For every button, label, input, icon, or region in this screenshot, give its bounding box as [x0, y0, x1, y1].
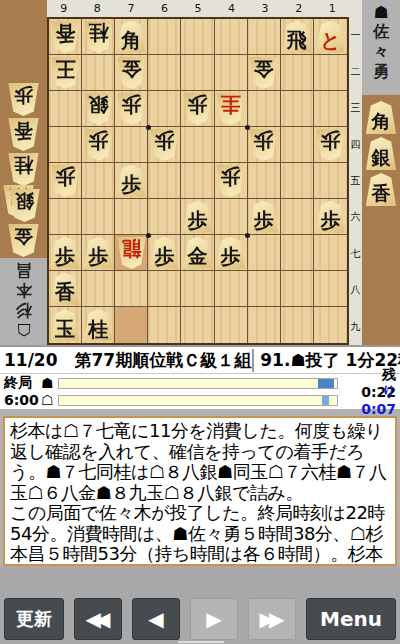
square-4-8	[215, 271, 248, 307]
sente-piece: 歩	[117, 165, 146, 197]
square-9-2: 王	[49, 55, 82, 91]
file-coordinates: 987654321	[47, 0, 349, 17]
square-8-1: 桂	[82, 19, 115, 55]
gote-piece: 桂	[8, 153, 39, 186]
sente-promoted-piece: と	[316, 21, 345, 53]
piece-glyph: 香	[55, 274, 75, 303]
menu-button[interactable]: Menu	[306, 598, 396, 640]
gote-piece: 歩	[249, 129, 278, 161]
square-7-5: 歩	[115, 163, 148, 199]
square-2-4	[281, 127, 314, 163]
square-5-6: 歩	[181, 199, 214, 235]
file-label: 9	[47, 2, 81, 15]
sente-piece: 香	[51, 273, 80, 305]
square-3-8	[248, 271, 281, 307]
square-8-3: 銀	[82, 91, 115, 127]
square-1-1: と	[314, 19, 347, 55]
piece-glyph: 金	[121, 58, 141, 87]
board-column: 987654321 香桂角飛と王金金銀歩歩圭歩歩歩歩歩歩歩歩歩歩歩歩龍歩金歩香玉…	[47, 0, 349, 345]
clock-label: 6:00	[4, 392, 41, 408]
gote-hand-stack: 銀銀	[8, 189, 39, 222]
square-2-3	[281, 91, 314, 127]
piece-glyph: 歩	[154, 238, 174, 267]
square-7-3: 歩	[115, 91, 148, 127]
home-indicator	[178, 641, 224, 643]
square-1-5	[314, 163, 347, 199]
square-5-5	[181, 163, 214, 199]
time-bar-fill	[322, 396, 329, 405]
file-label: 1	[315, 2, 349, 15]
sente-piece: 角	[117, 21, 146, 53]
shogi-board: 香桂角飛と王金金銀歩歩圭歩歩歩歩歩歩歩歩歩歩歩歩龍歩金歩香玉桂	[47, 17, 349, 345]
sente-piece: 歩	[316, 201, 345, 233]
piece-glyph: 桂	[88, 311, 108, 340]
square-7-1: 角	[115, 19, 148, 55]
clock-row-gote: 6:00☖り 0:07	[4, 393, 396, 408]
square-6-2	[148, 55, 181, 91]
square-9-7: 歩	[49, 235, 82, 271]
player-name-char: 々	[373, 42, 389, 61]
board-zone: 歩香桂銀銀金 ☖杉本昌 987654321 香桂角飛と王金金銀歩歩圭歩歩歩歩歩歩…	[0, 0, 400, 345]
toolbar: 更新◀◀◀▶▶▶Menu	[0, 566, 400, 644]
fast-rewind-button-label: ◀◀	[86, 607, 111, 631]
piece-glyph: 銀	[372, 139, 391, 168]
sente-piece: 歩	[183, 201, 212, 233]
square-9-3	[49, 91, 82, 127]
gote-promoted-piece: 龍	[117, 237, 146, 269]
square-1-8	[314, 271, 347, 307]
piece-glyph: 歩	[55, 238, 75, 267]
square-2-6	[281, 199, 314, 235]
square-8-5	[82, 163, 115, 199]
event-name: 第77期順位戦Ｃ級１組	[75, 350, 252, 370]
gote-piece: 香	[51, 21, 80, 53]
file-label: 4	[215, 2, 249, 15]
piece-glyph: 角	[372, 103, 391, 132]
divider	[0, 409, 400, 416]
piece-glyph: 金	[187, 238, 207, 267]
piece-glyph: 歩	[121, 166, 141, 195]
square-7-4	[115, 127, 148, 163]
gote-piece: 歩	[8, 83, 39, 116]
piece-glyph: 歩	[221, 166, 241, 195]
piece-glyph: 角	[121, 22, 141, 51]
square-4-5: 歩	[215, 163, 248, 199]
piece-glyph: 歩	[14, 85, 33, 114]
commentary-box[interactable]: 杉本は☖７七竜に11分を消費した。何度も繰り返し確認を入れて、確信を持っての着手…	[3, 416, 397, 566]
piece-glyph: 飛	[287, 22, 307, 51]
square-2-2	[281, 55, 314, 91]
gote-hand-stack: 桂	[8, 153, 39, 186]
piece-glyph: 歩	[320, 202, 340, 231]
sente-player-label: ☗佐々勇	[362, 0, 400, 95]
event-date: 11/20	[4, 350, 58, 370]
square-4-3: 圭	[215, 91, 248, 127]
square-1-4: 歩	[314, 127, 347, 163]
rank-label: 二	[349, 53, 362, 89]
piece-glyph: 圭	[221, 94, 241, 123]
square-2-1: 飛	[281, 19, 314, 55]
square-6-9	[148, 307, 181, 343]
square-9-4	[49, 127, 82, 163]
gote-hand-stack: 金	[8, 224, 39, 257]
gote-piece: 歩	[84, 129, 113, 161]
square-9-8: 香	[49, 271, 82, 307]
piece-glyph: 金	[14, 226, 33, 255]
commentary-paragraph: この局面で佐々木が投了した。終局時刻は22時54分。消費時間は、☗佐々勇５時間3…	[10, 503, 390, 566]
gote-promoted-piece: 圭	[216, 93, 245, 125]
star-point	[245, 125, 250, 130]
piece-glyph: 歩	[88, 238, 108, 267]
sente-hand-stack: 香	[366, 173, 397, 207]
time-bar	[58, 378, 338, 389]
sente-piece: 香	[366, 173, 397, 206]
gote-piece: 金	[117, 57, 146, 89]
sente-piece: 桂	[84, 309, 113, 341]
update-button-label: 更新	[16, 607, 52, 631]
piece-glyph: 銀	[88, 94, 108, 123]
piece-glyph: 玉	[55, 311, 75, 340]
rank-label: 六	[349, 199, 362, 235]
square-9-5: 歩	[49, 163, 82, 199]
piece-glyph: 歩	[187, 202, 207, 231]
game-info-bar: 11/20 第77期順位戦Ｃ級１組 91.☗投了 1分22秒	[0, 345, 400, 373]
piece-glyph: 歩	[88, 130, 108, 159]
star-point	[146, 233, 151, 238]
square-9-9: 玉	[49, 307, 82, 343]
square-5-7: 金	[181, 235, 214, 271]
gote-piece: 歩	[316, 129, 345, 161]
player-name-char: 本	[16, 281, 32, 300]
rank-label: 七	[349, 236, 362, 272]
square-9-1: 香	[49, 19, 82, 55]
piece-glyph: 桂	[14, 155, 33, 184]
piece-glyph: 桂	[88, 22, 108, 51]
sente-piece: 銀	[366, 137, 397, 170]
clock-piece-icon: ☖	[41, 392, 58, 408]
player-name-char: 佐	[373, 22, 389, 41]
square-3-6: 歩	[248, 199, 281, 235]
file-label: 5	[181, 2, 215, 15]
file-label: 8	[81, 2, 115, 15]
piece-glyph: 歩	[187, 94, 207, 123]
piece-glyph: 歩	[55, 166, 75, 195]
gote-name-rotated: ☖杉本昌	[16, 258, 32, 342]
rank-label: 三	[349, 90, 362, 126]
gote-area: 歩香桂銀銀金 ☖杉本昌	[0, 0, 47, 345]
piece-glyph: 金	[254, 58, 274, 87]
gote-piece: 金	[249, 57, 278, 89]
gote-player-label: ☖杉本昌	[0, 258, 47, 345]
sente-area: ☗佐々勇 角銀香	[362, 0, 400, 345]
piece-glyph: 歩	[221, 238, 241, 267]
file-label: 2	[282, 2, 316, 15]
gote-piece: 王	[51, 57, 80, 89]
piece-glyph: 香	[55, 22, 75, 51]
gote-piece: 歩	[117, 93, 146, 125]
gote-hand-stand: 歩香桂銀銀金	[0, 0, 47, 258]
square-6-8	[148, 271, 181, 307]
square-5-8	[181, 271, 214, 307]
square-4-2	[215, 55, 248, 91]
rank-label: 九	[349, 309, 362, 345]
rank-label: 五	[349, 163, 362, 199]
square-3-3	[248, 91, 281, 127]
gote-piece: 歩	[150, 129, 179, 161]
sente-piece: 歩	[216, 237, 245, 269]
gote-piece: 銀	[84, 93, 113, 125]
clock-row-sente: 終局☗残 0:22	[4, 376, 396, 391]
square-2-8	[281, 271, 314, 307]
square-4-7: 歩	[215, 235, 248, 271]
square-7-8	[115, 271, 148, 307]
update-button[interactable]: 更新	[4, 598, 64, 640]
gote-piece: 歩	[51, 165, 80, 197]
file-label: 3	[248, 2, 282, 15]
step-back-button[interactable]: ◀	[132, 598, 180, 640]
sente-piece: 歩	[84, 237, 113, 269]
square-4-4	[215, 127, 248, 163]
square-7-9	[115, 307, 148, 343]
gote-piece: 歩	[183, 93, 212, 125]
time-remaining: り 0:07	[343, 383, 396, 417]
clock-piece-icon: ☗	[41, 375, 58, 391]
square-2-9	[281, 307, 314, 343]
square-1-9	[314, 307, 347, 343]
gote-piece: 桂	[84, 21, 113, 53]
square-8-9: 桂	[82, 307, 115, 343]
file-label: 6	[148, 2, 182, 15]
square-5-9	[181, 307, 214, 343]
piece-glyph: 歩	[320, 130, 340, 159]
square-5-3: 歩	[181, 91, 214, 127]
square-4-6	[215, 199, 248, 235]
gote-piece: 香	[8, 118, 39, 151]
square-3-9	[248, 307, 281, 343]
square-7-7: 龍	[115, 235, 148, 271]
rank-label: 四	[349, 126, 362, 162]
commentary-paragraph: 杉本は☖７七竜に11分を消費した。何度も繰り返し確認を入れて、確信を持っての着手…	[10, 421, 390, 503]
piece-glyph: 歩	[254, 130, 274, 159]
square-1-6: 歩	[314, 199, 347, 235]
square-1-7	[314, 235, 347, 271]
square-8-7: 歩	[82, 235, 115, 271]
square-5-2	[181, 55, 214, 91]
square-6-6	[148, 199, 181, 235]
square-9-6	[49, 199, 82, 235]
shogi-live-app: 歩香桂銀銀金 ☖杉本昌 987654321 香桂角飛と王金金銀歩歩圭歩歩歩歩歩歩…	[0, 0, 400, 644]
event-title: 11/20 第77期順位戦Ｃ級１組	[0, 349, 254, 372]
piece-glyph: 歩	[121, 94, 141, 123]
gote-piece: 金	[8, 224, 39, 257]
piece-glyph: 龍	[121, 238, 141, 267]
board-wrap: 香桂角飛と王金金銀歩歩圭歩歩歩歩歩歩歩歩歩歩歩歩龍歩金歩香玉桂	[47, 17, 349, 345]
square-3-4: 歩	[248, 127, 281, 163]
sente-piece: 玉	[51, 309, 80, 341]
square-3-5	[248, 163, 281, 199]
time-bar-fill	[318, 379, 335, 388]
square-4-1	[215, 19, 248, 55]
sente-hand-stand: 角銀香	[362, 95, 400, 345]
piece-glyph: 香	[14, 120, 33, 149]
square-7-6	[115, 199, 148, 235]
square-8-4: 歩	[82, 127, 115, 163]
clock-label: 終局	[4, 374, 41, 392]
sente-hand-stack: 角	[366, 101, 397, 135]
piece-glyph: と	[320, 22, 340, 51]
square-3-7	[248, 235, 281, 271]
sente-piece: 角	[366, 101, 397, 134]
square-6-4: 歩	[148, 127, 181, 163]
gote-piece-icon: ☖	[16, 321, 31, 339]
star-point	[146, 125, 151, 130]
sente-piece: 歩	[150, 237, 179, 269]
square-2-7	[281, 235, 314, 271]
star-point	[245, 233, 250, 238]
sente-piece: 金	[183, 237, 212, 269]
sente-piece: 飛	[282, 21, 311, 53]
square-6-5	[148, 163, 181, 199]
square-6-7: 歩	[148, 235, 181, 271]
square-1-2	[314, 55, 347, 91]
gote-piece: 歩	[216, 165, 245, 197]
piece-glyph: 銀	[15, 191, 34, 220]
sente-piece: 歩	[249, 201, 278, 233]
square-7-2: 金	[115, 55, 148, 91]
square-8-6	[82, 199, 115, 235]
piece-glyph: 歩	[254, 202, 274, 231]
square-8-8	[82, 271, 115, 307]
piece-glyph: 王	[55, 58, 75, 87]
square-6-1	[148, 19, 181, 55]
gote-piece: 銀	[9, 189, 40, 222]
sente-hand-stack: 銀	[366, 137, 397, 171]
file-label: 7	[114, 2, 148, 15]
step-forward-button-label: ▶	[206, 607, 221, 631]
square-3-2: 金	[248, 55, 281, 91]
player-name-char: 昌	[16, 261, 32, 280]
square-3-1	[248, 19, 281, 55]
fast-forward-button-label: ▶▶	[260, 607, 285, 631]
square-5-1	[181, 19, 214, 55]
player-name-char: 勇	[373, 62, 389, 81]
step-back-button-label: ◀	[148, 607, 163, 631]
rank-coordinates: 一二三四五六七八九	[349, 0, 362, 345]
rank-label: 八	[349, 272, 362, 308]
clock-panel: 終局☗残 0:226:00☖り 0:07	[0, 373, 400, 409]
fast-rewind-button[interactable]: ◀◀	[74, 598, 122, 640]
sente-piece: 歩	[51, 237, 80, 269]
square-8-2	[82, 55, 115, 91]
time-bar	[58, 395, 338, 406]
step-forward-button[interactable]: ▶	[190, 598, 238, 640]
square-5-4	[181, 127, 214, 163]
gote-hand-stack: 香	[8, 118, 39, 151]
square-4-9	[215, 307, 248, 343]
menu-button-label: Menu	[320, 607, 382, 631]
gote-hand-stack: 歩	[8, 83, 39, 116]
square-1-3	[314, 91, 347, 127]
fast-forward-button[interactable]: ▶▶	[248, 598, 296, 640]
square-2-5	[281, 163, 314, 199]
player-name-char: 杉	[16, 301, 32, 320]
square-6-3	[148, 91, 181, 127]
piece-glyph: 歩	[154, 130, 174, 159]
rank-label: 一	[349, 17, 362, 53]
sente-piece-icon: ☗	[373, 3, 388, 21]
piece-glyph: 香	[372, 175, 391, 204]
